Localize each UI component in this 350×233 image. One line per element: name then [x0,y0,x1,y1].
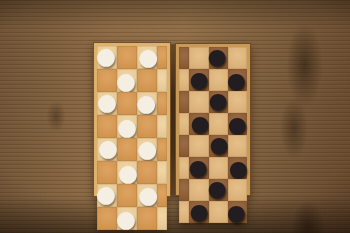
board-cell[interactable] [189,91,208,113]
white-piece: ● [138,184,158,207]
board-cell[interactable] [97,115,117,138]
black-piece: ● [190,113,209,135]
board-cell[interactable]: ● [137,138,157,161]
board-cell[interactable]: ● [97,184,117,207]
board-cell[interactable] [189,135,208,157]
black-piece: ● [228,114,247,136]
board-cell[interactable] [209,157,228,179]
board-cell[interactable]: ● [228,113,247,135]
white-piece: ● [136,92,156,115]
board-cell[interactable] [157,161,167,184]
board-cell[interactable]: ● [209,179,228,201]
board-cell[interactable] [157,115,167,138]
board-cell[interactable] [179,69,189,91]
board-cell[interactable]: ● [189,69,208,91]
white-piece: ● [98,137,118,160]
board-cell[interactable] [179,135,189,157]
board-cell[interactable] [157,92,167,115]
board-cell[interactable] [179,179,189,201]
board-cell[interactable] [157,207,167,230]
white-piece: ● [138,46,158,69]
white-piece: ● [96,45,116,68]
board-cell[interactable] [179,47,189,69]
board-cell[interactable]: ● [189,113,208,135]
board-cell[interactable]: ● [117,115,137,138]
board-cell[interactable]: ● [209,47,228,69]
white-piece: ● [96,183,116,206]
board-cell[interactable] [228,179,247,201]
board-cell[interactable]: ● [228,157,247,179]
board-cell[interactable] [157,46,167,69]
board-cell[interactable] [209,201,228,223]
board-cell[interactable]: ● [97,138,117,161]
white-piece: ● [137,138,157,161]
board-cell[interactable] [117,138,137,161]
board-cell[interactable]: ● [137,46,157,69]
board-half-right: ●●●●●●●●●●●● [175,43,251,196]
board-cell[interactable]: ● [228,69,247,91]
black-piece: ● [188,157,207,179]
white-piece: ● [116,70,136,93]
black-piece: ● [189,201,208,223]
board-half-left: ●●●●●●●●●●●● [93,42,171,197]
board-squares-left: ●●●●●●●●●●●● [97,46,167,193]
white-piece: ● [117,116,137,139]
board-cell[interactable]: ● [137,184,157,207]
board-cell[interactable]: ● [209,135,228,157]
board-cell[interactable] [189,47,208,69]
board-squares-right: ●●●●●●●●●●●● [179,47,247,192]
board-cell[interactable] [117,46,137,69]
board-cell[interactable] [179,91,189,113]
black-piece: ● [227,202,246,224]
board-cell[interactable]: ● [228,201,247,223]
board-cell[interactable] [209,69,228,91]
board-cell[interactable]: ● [189,157,208,179]
board-cell[interactable] [157,69,167,92]
white-piece: ● [97,91,117,114]
board-cell[interactable] [228,135,247,157]
board-cell[interactable] [228,91,247,113]
black-piece: ● [229,158,248,180]
board-cell[interactable]: ● [117,207,137,230]
board-cell[interactable] [137,207,157,230]
black-piece: ● [210,134,229,156]
board-cell[interactable]: ● [117,69,137,92]
board-cell[interactable]: ● [117,161,137,184]
white-piece: ● [116,208,136,231]
black-piece: ● [227,70,246,92]
board-cell[interactable] [209,113,228,135]
board-cell[interactable]: ● [97,46,117,69]
board-cell[interactable] [137,161,157,184]
board-cell[interactable]: ● [209,91,228,113]
board-cell[interactable] [157,138,167,161]
wooden-table: ●●●●●●●●●●●● ●●●●●●●●●●●● [0,0,350,233]
board-cell[interactable] [179,113,189,135]
board-cell[interactable] [117,184,137,207]
checkers-board: ●●●●●●●●●●●● ●●●●●●●●●●●● [93,42,251,197]
board-cell[interactable]: ● [137,92,157,115]
white-piece: ● [118,162,138,185]
board-cell[interactable] [97,69,117,92]
board-cell[interactable] [179,157,189,179]
board-cell[interactable]: ● [97,92,117,115]
board-cell[interactable] [189,179,208,201]
board-cell[interactable] [179,201,189,223]
board-cell[interactable] [137,69,157,92]
black-piece: ● [208,178,227,200]
board-cell[interactable] [97,207,117,230]
board-cell[interactable] [97,161,117,184]
board-cell[interactable] [137,115,157,138]
board-cell[interactable]: ● [189,201,208,223]
black-piece: ● [189,69,208,91]
board-cell[interactable] [157,184,167,207]
board-cell[interactable] [117,92,137,115]
black-piece: ● [208,46,227,68]
black-piece: ● [209,90,228,112]
board-cell[interactable] [228,47,247,69]
